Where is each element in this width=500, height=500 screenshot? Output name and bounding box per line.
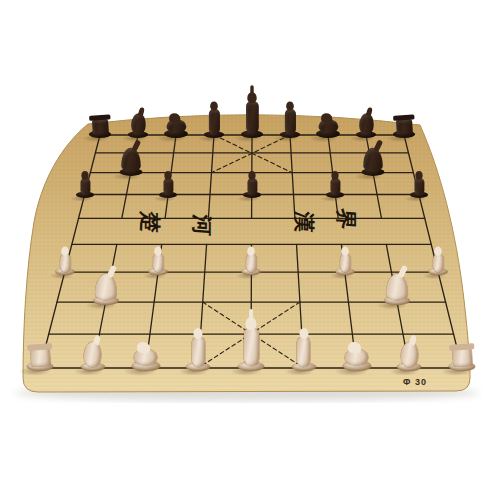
piece-white-cannon[interactable] bbox=[86, 235, 125, 305]
piece-black-general[interactable] bbox=[235, 77, 269, 138]
piece-figurine-body bbox=[192, 337, 205, 367]
piece-black-soldier[interactable] bbox=[401, 133, 437, 198]
piece-figurine-body bbox=[59, 254, 69, 272]
piece-figurine-body bbox=[121, 148, 140, 172]
piece-black-advisor[interactable] bbox=[273, 77, 307, 138]
piece-figurine-body bbox=[330, 178, 340, 195]
photo-scene: 楚 河 漢 界 Φ 30 bbox=[0, 0, 500, 500]
piece-black-advisor[interactable] bbox=[197, 77, 231, 138]
piece-black-chariot[interactable] bbox=[387, 77, 421, 138]
piece-black-soldier[interactable] bbox=[150, 133, 186, 198]
piece-figurine-body bbox=[340, 254, 350, 272]
piece-figurine-body bbox=[91, 119, 108, 135]
piece-figurine-body bbox=[84, 342, 101, 367]
piece-white-general[interactable] bbox=[231, 299, 271, 371]
piece-white-soldier[interactable] bbox=[419, 207, 457, 275]
piece-figurine-body bbox=[134, 349, 157, 365]
piece-figurine-body bbox=[247, 178, 257, 195]
piece-figurine-body bbox=[163, 178, 173, 195]
piece-figurine-body bbox=[395, 119, 412, 135]
piece-figurine-body bbox=[345, 349, 368, 365]
piece-white-chariot[interactable] bbox=[20, 299, 60, 371]
piece-black-elephant[interactable] bbox=[311, 77, 345, 138]
piece-white-advisor[interactable] bbox=[178, 299, 218, 371]
piece-figurine-body bbox=[244, 328, 259, 366]
piece-figurine-body bbox=[452, 349, 472, 367]
piece-white-soldier[interactable] bbox=[232, 207, 270, 275]
piece-figurine-body bbox=[246, 102, 259, 134]
piece-figurine-body bbox=[246, 254, 256, 272]
piece-black-soldier[interactable] bbox=[67, 133, 103, 198]
piece-black-soldier[interactable] bbox=[234, 133, 270, 198]
piece-figurine-body bbox=[153, 254, 163, 272]
piece-black-elephant[interactable] bbox=[159, 77, 193, 138]
piece-white-soldier[interactable] bbox=[46, 207, 84, 275]
piece-figurine-body bbox=[208, 109, 219, 135]
piece-white-horse[interactable] bbox=[73, 299, 113, 371]
mat-size-marking: Φ 30 bbox=[403, 377, 427, 387]
piece-black-soldier[interactable] bbox=[317, 133, 353, 198]
piece-figurine-body bbox=[95, 274, 116, 300]
piece-black-cannon[interactable] bbox=[355, 112, 390, 176]
piece-figurine-body bbox=[284, 109, 295, 135]
piece-figurine-body bbox=[30, 349, 50, 367]
piece-black-cannon[interactable] bbox=[113, 112, 148, 176]
river-char-han: 漢 bbox=[291, 208, 317, 236]
piece-figurine-body bbox=[433, 254, 443, 272]
piece-figurine-body bbox=[166, 120, 186, 134]
piece-figurine-body bbox=[297, 337, 310, 367]
piece-white-chariot[interactable] bbox=[442, 299, 482, 371]
piece-white-soldier[interactable] bbox=[139, 207, 177, 275]
piece-white-advisor[interactable] bbox=[284, 299, 324, 371]
piece-white-elephant[interactable] bbox=[337, 299, 377, 371]
piece-figurine-body bbox=[318, 120, 338, 134]
piece-white-elephant[interactable] bbox=[126, 299, 166, 371]
piece-white-horse[interactable] bbox=[389, 299, 429, 371]
piece-white-soldier[interactable] bbox=[326, 207, 364, 275]
piece-figurine-body bbox=[363, 148, 382, 172]
piece-figurine-body bbox=[414, 178, 424, 195]
piece-figurine-body bbox=[386, 274, 407, 300]
piece-white-cannon[interactable] bbox=[378, 235, 417, 305]
piece-black-chariot[interactable] bbox=[83, 77, 117, 138]
piece-figurine-body bbox=[401, 342, 418, 367]
river-char-he: 河 bbox=[189, 211, 215, 239]
piece-figurine-body bbox=[80, 178, 90, 195]
